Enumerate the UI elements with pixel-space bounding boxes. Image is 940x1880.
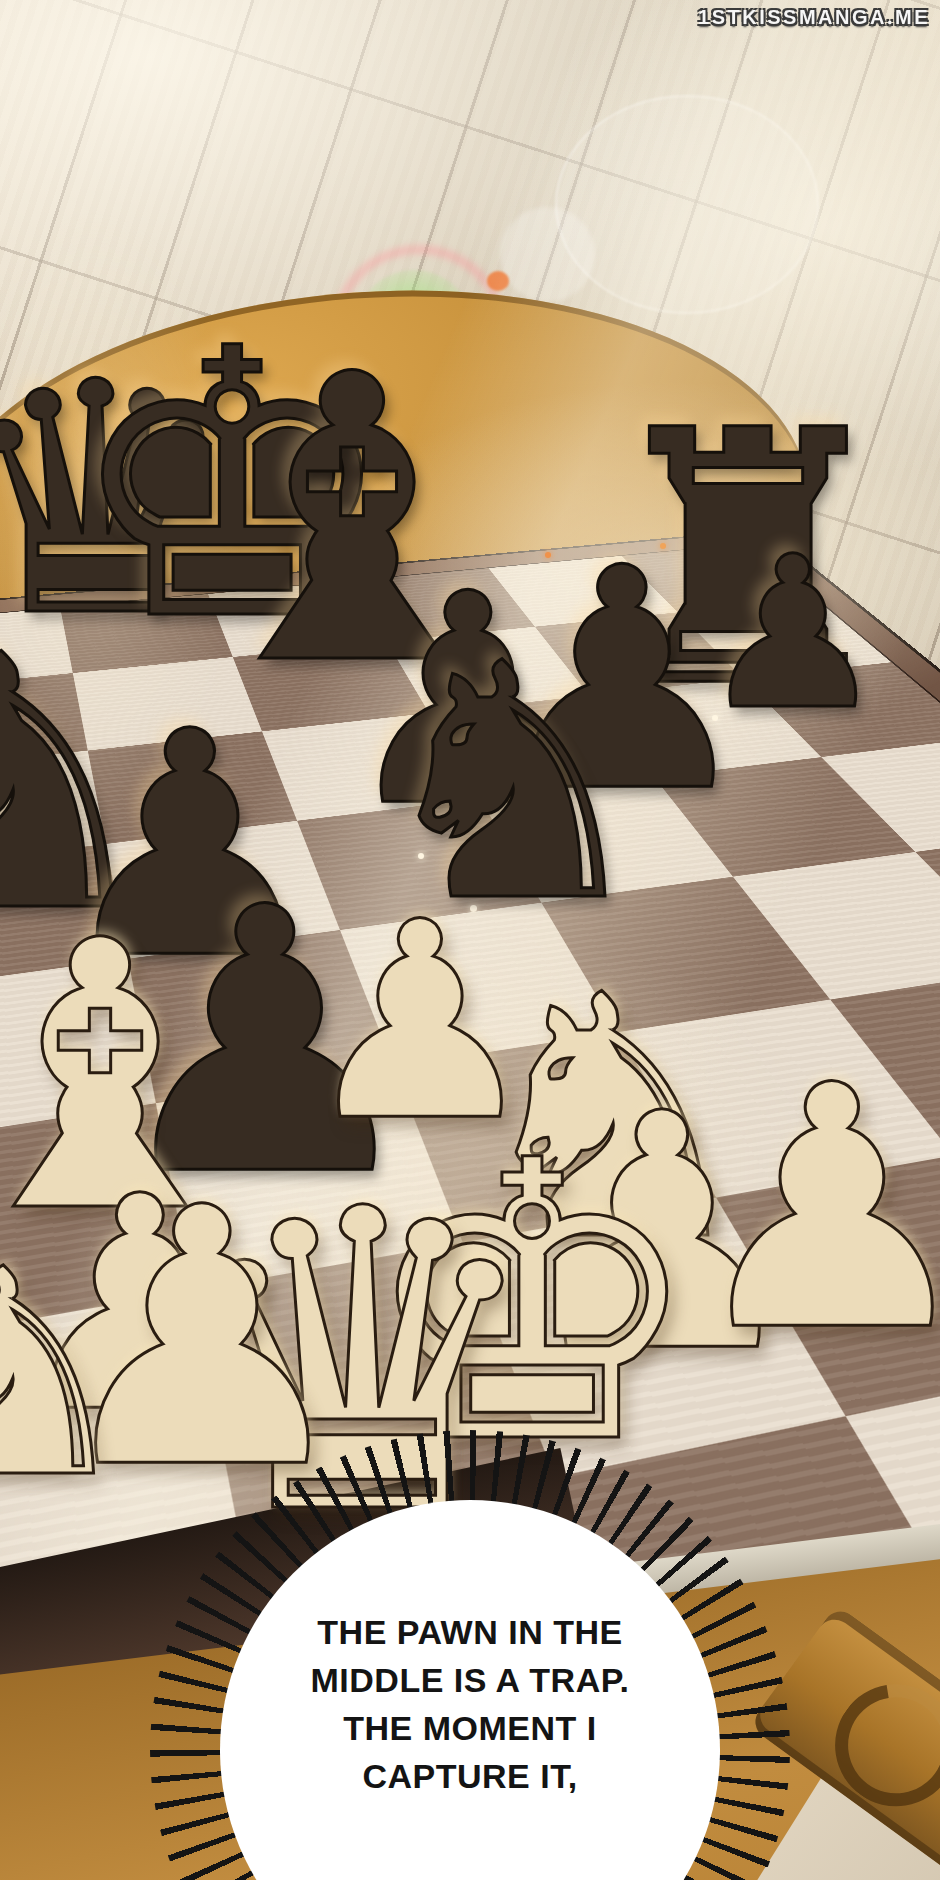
sparkle-icon bbox=[660, 543, 666, 549]
bubble-line: THE PAWN IN THE bbox=[195, 1608, 745, 1656]
bubble-line: CAPTURE IT, bbox=[195, 1752, 745, 1800]
sparkle-icon bbox=[418, 853, 424, 859]
sparkle-icon bbox=[782, 491, 788, 497]
bubble-line: THE MOMENT I bbox=[195, 1704, 745, 1752]
sparkle-icon bbox=[545, 552, 551, 558]
speech-bubble-text: THE PAWN IN THE MIDDLE IS A TRAP. THE MO… bbox=[195, 1608, 745, 1800]
watermark: 1STKISSMANGA.ME bbox=[698, 6, 930, 29]
manga-panel: ♛♚♝♜♟♟♟♞♟♞♟♝♟♞♟♟♚♛♟♟♞ THE PAWN IN THE MI… bbox=[0, 0, 940, 1880]
lens-flare-ring-icon bbox=[555, 95, 819, 314]
sparkle-icon bbox=[712, 715, 718, 721]
bubble-line: MIDDLE IS A TRAP. bbox=[195, 1656, 745, 1704]
sparkle-icon bbox=[322, 600, 329, 607]
sparkle-icon bbox=[905, 1310, 912, 1317]
lens-flare-soft-icon bbox=[500, 207, 595, 302]
lens-flare-orange-icon bbox=[487, 271, 509, 291]
sparkle-icon bbox=[470, 905, 477, 912]
